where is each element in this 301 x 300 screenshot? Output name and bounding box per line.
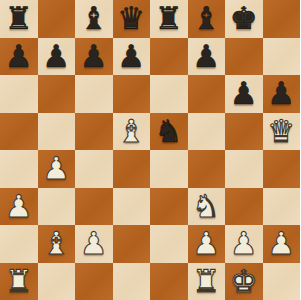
piece-white-pawn[interactable]: ♟ — [188, 225, 226, 263]
square-b5[interactable] — [38, 113, 76, 151]
square-c8[interactable]: ♝ — [75, 0, 113, 38]
square-f6[interactable] — [188, 75, 226, 113]
square-a5[interactable] — [0, 113, 38, 151]
square-b2[interactable]: ♝ — [38, 225, 76, 263]
square-d7[interactable]: ♟ — [113, 38, 151, 76]
square-g4[interactable] — [225, 150, 263, 188]
square-c2[interactable]: ♟ — [75, 225, 113, 263]
square-e2[interactable] — [150, 225, 188, 263]
piece-white-knight[interactable]: ♞ — [188, 188, 226, 226]
piece-white-pawn[interactable]: ♟ — [263, 225, 301, 263]
square-b6[interactable] — [38, 75, 76, 113]
square-g5[interactable] — [225, 113, 263, 151]
square-c7[interactable]: ♟ — [75, 38, 113, 76]
square-d2[interactable] — [113, 225, 151, 263]
piece-black-rook[interactable]: ♜ — [0, 0, 38, 38]
piece-black-bishop[interactable]: ♝ — [75, 0, 113, 38]
square-b3[interactable] — [38, 188, 76, 226]
square-d1[interactable] — [113, 263, 151, 300]
square-g1[interactable]: ♚ — [225, 263, 263, 300]
piece-white-pawn[interactable]: ♟ — [0, 188, 38, 226]
square-f5[interactable] — [188, 113, 226, 151]
square-a1[interactable]: ♜ — [0, 263, 38, 300]
piece-black-pawn[interactable]: ♟ — [113, 38, 151, 76]
piece-white-queen[interactable]: ♛ — [263, 113, 301, 151]
square-f2[interactable]: ♟ — [188, 225, 226, 263]
square-g3[interactable] — [225, 188, 263, 226]
piece-black-pawn[interactable]: ♟ — [263, 75, 301, 113]
piece-white-rook[interactable]: ♜ — [188, 263, 226, 300]
piece-white-pawn[interactable]: ♟ — [75, 225, 113, 263]
piece-black-pawn[interactable]: ♟ — [225, 75, 263, 113]
piece-white-king[interactable]: ♚ — [225, 263, 263, 300]
square-d3[interactable] — [113, 188, 151, 226]
piece-black-bishop[interactable]: ♝ — [188, 0, 226, 38]
piece-white-rook[interactable]: ♜ — [0, 263, 38, 300]
square-d8[interactable]: ♛ — [113, 0, 151, 38]
piece-black-pawn[interactable]: ♟ — [0, 38, 38, 76]
piece-black-queen[interactable]: ♛ — [113, 0, 151, 38]
square-e5[interactable]: ♞ — [150, 113, 188, 151]
square-a7[interactable]: ♟ — [0, 38, 38, 76]
piece-black-knight[interactable]: ♞ — [150, 113, 188, 151]
square-f3[interactable]: ♞ — [188, 188, 226, 226]
chess-board: ♜♝♛♜♝♚♟♟♟♟♟♟♟♝♞♛♟♟♞♝♟♟♟♟♜♜♚ — [0, 0, 300, 300]
piece-black-pawn[interactable]: ♟ — [38, 38, 76, 76]
square-c1[interactable] — [75, 263, 113, 300]
square-g7[interactable] — [225, 38, 263, 76]
piece-white-pawn[interactable]: ♟ — [38, 150, 76, 188]
square-g6[interactable]: ♟ — [225, 75, 263, 113]
square-a3[interactable]: ♟ — [0, 188, 38, 226]
square-a4[interactable] — [0, 150, 38, 188]
square-e7[interactable] — [150, 38, 188, 76]
piece-black-king[interactable]: ♚ — [225, 0, 263, 38]
square-d6[interactable] — [113, 75, 151, 113]
square-b8[interactable] — [38, 0, 76, 38]
square-h1[interactable] — [263, 263, 301, 300]
square-g8[interactable]: ♚ — [225, 0, 263, 38]
square-f7[interactable]: ♟ — [188, 38, 226, 76]
piece-white-pawn[interactable]: ♟ — [225, 225, 263, 263]
square-e6[interactable] — [150, 75, 188, 113]
square-h8[interactable] — [263, 0, 301, 38]
square-h5[interactable]: ♛ — [263, 113, 301, 151]
piece-black-pawn[interactable]: ♟ — [75, 38, 113, 76]
square-h2[interactable]: ♟ — [263, 225, 301, 263]
square-h4[interactable] — [263, 150, 301, 188]
square-f1[interactable]: ♜ — [188, 263, 226, 300]
piece-black-rook[interactable]: ♜ — [150, 0, 188, 38]
piece-white-bishop[interactable]: ♝ — [38, 225, 76, 263]
square-c3[interactable] — [75, 188, 113, 226]
square-d4[interactable] — [113, 150, 151, 188]
square-f8[interactable]: ♝ — [188, 0, 226, 38]
square-g2[interactable]: ♟ — [225, 225, 263, 263]
square-b4[interactable]: ♟ — [38, 150, 76, 188]
square-b1[interactable] — [38, 263, 76, 300]
square-e3[interactable] — [150, 188, 188, 226]
square-e1[interactable] — [150, 263, 188, 300]
square-a8[interactable]: ♜ — [0, 0, 38, 38]
square-c6[interactable] — [75, 75, 113, 113]
square-e8[interactable]: ♜ — [150, 0, 188, 38]
square-a6[interactable] — [0, 75, 38, 113]
square-c5[interactable] — [75, 113, 113, 151]
square-h7[interactable] — [263, 38, 301, 76]
square-h3[interactable] — [263, 188, 301, 226]
square-a2[interactable] — [0, 225, 38, 263]
square-d5[interactable]: ♝ — [113, 113, 151, 151]
piece-black-pawn[interactable]: ♟ — [188, 38, 226, 76]
piece-white-bishop[interactable]: ♝ — [113, 113, 151, 151]
square-h6[interactable]: ♟ — [263, 75, 301, 113]
square-c4[interactable] — [75, 150, 113, 188]
square-f4[interactable] — [188, 150, 226, 188]
square-e4[interactable] — [150, 150, 188, 188]
square-b7[interactable]: ♟ — [38, 38, 76, 76]
